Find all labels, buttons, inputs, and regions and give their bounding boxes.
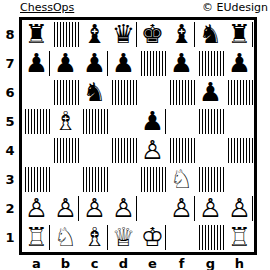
- square-g4[interactable]: [196, 136, 225, 165]
- white-bishop: ♗: [53, 108, 78, 135]
- square-c7[interactable]: ♟: [80, 49, 109, 78]
- white-knight: ♘: [169, 166, 194, 193]
- square-b2[interactable]: ♙: [51, 194, 80, 223]
- square-c6[interactable]: ♞: [80, 78, 109, 107]
- black-bishop: ♝: [82, 21, 107, 48]
- square-h4[interactable]: [225, 136, 254, 165]
- square-b7[interactable]: ♟: [51, 49, 80, 78]
- square-c5[interactable]: [80, 107, 109, 136]
- file-label-c: c: [80, 256, 109, 270]
- square-b3[interactable]: [51, 165, 80, 194]
- black-pawn: ♟: [82, 50, 107, 77]
- rank-label-8: 8: [3, 20, 17, 49]
- square-g7[interactable]: [196, 49, 225, 78]
- white-pawn: ♙: [169, 195, 194, 222]
- rank-label-3: 3: [3, 165, 17, 194]
- file-label-d: d: [109, 256, 138, 270]
- rank-label-7: 7: [3, 49, 17, 78]
- white-knight: ♘: [53, 224, 78, 251]
- square-c3[interactable]: [80, 165, 109, 194]
- black-pawn: ♟: [111, 50, 136, 77]
- square-e5[interactable]: ♟: [138, 107, 167, 136]
- file-label-f: f: [167, 256, 196, 270]
- white-rook: ♖: [24, 224, 49, 251]
- black-pawn: ♟: [140, 108, 165, 135]
- square-a7[interactable]: ♟: [22, 49, 51, 78]
- square-c4[interactable]: [80, 136, 109, 165]
- square-e6[interactable]: [138, 78, 167, 107]
- square-d7[interactable]: ♟: [109, 49, 138, 78]
- black-pawn: ♟: [169, 50, 194, 77]
- square-h5[interactable]: [225, 107, 254, 136]
- square-c1[interactable]: ♗: [80, 223, 109, 252]
- square-a8[interactable]: ♜: [22, 20, 51, 49]
- app-title-link[interactable]: ChessOps: [20, 1, 74, 15]
- square-d4[interactable]: [109, 136, 138, 165]
- file-label-g: g: [196, 256, 225, 270]
- square-b8[interactable]: [51, 20, 80, 49]
- rank-label-5: 5: [3, 107, 17, 136]
- square-h6[interactable]: [225, 78, 254, 107]
- square-a6[interactable]: [22, 78, 51, 107]
- square-d1[interactable]: ♕: [109, 223, 138, 252]
- black-bishop: ♝: [169, 21, 194, 48]
- square-c8[interactable]: ♝: [80, 20, 109, 49]
- rank-label-6: 6: [3, 78, 17, 107]
- white-pawn: ♙: [53, 195, 78, 222]
- square-f2[interactable]: ♙: [167, 194, 196, 223]
- square-a2[interactable]: ♙: [22, 194, 51, 223]
- square-g6[interactable]: ♟: [196, 78, 225, 107]
- file-labels: abcdefgh: [22, 256, 254, 270]
- square-g3[interactable]: [196, 165, 225, 194]
- square-h7[interactable]: ♟: [225, 49, 254, 78]
- square-d6[interactable]: [109, 78, 138, 107]
- square-e4[interactable]: ♙: [138, 136, 167, 165]
- white-rook: ♖: [227, 224, 252, 251]
- file-label-h: h: [225, 256, 254, 270]
- chess-board: ♜♝♛♚♝♞♜♟♟♟♟♟♟♞♟♗♟♙♘♙♙♙♙♙♙♙♖♘♗♕♔♖: [19, 17, 257, 255]
- file-label-a: a: [22, 256, 51, 270]
- black-pawn: ♟: [24, 50, 49, 77]
- square-b6[interactable]: [51, 78, 80, 107]
- file-label-e: e: [138, 256, 167, 270]
- square-a3[interactable]: [22, 165, 51, 194]
- square-b4[interactable]: [51, 136, 80, 165]
- black-knight: ♞: [82, 79, 107, 106]
- square-f8[interactable]: ♝: [167, 20, 196, 49]
- square-h3[interactable]: [225, 165, 254, 194]
- square-h1[interactable]: ♖: [225, 223, 254, 252]
- square-g1[interactable]: [196, 223, 225, 252]
- square-a4[interactable]: [22, 136, 51, 165]
- rank-label-2: 2: [3, 194, 17, 223]
- square-d8[interactable]: ♛: [109, 20, 138, 49]
- square-e8[interactable]: ♚: [138, 20, 167, 49]
- square-h8[interactable]: ♜: [225, 20, 254, 49]
- square-e2[interactable]: [138, 194, 167, 223]
- white-king: ♔: [140, 224, 165, 251]
- square-e7[interactable]: [138, 49, 167, 78]
- square-f7[interactable]: ♟: [167, 49, 196, 78]
- copyright-text: © EUdesign: [202, 1, 268, 15]
- white-pawn: ♙: [82, 195, 107, 222]
- black-rook: ♜: [227, 21, 252, 48]
- white-pawn: ♙: [198, 195, 223, 222]
- square-e3[interactable]: [138, 165, 167, 194]
- square-f1[interactable]: [167, 223, 196, 252]
- black-rook: ♜: [24, 21, 49, 48]
- black-queen: ♛: [111, 21, 136, 48]
- black-pawn: ♟: [198, 79, 223, 106]
- square-g5[interactable]: [196, 107, 225, 136]
- square-c2[interactable]: ♙: [80, 194, 109, 223]
- square-d5[interactable]: [109, 107, 138, 136]
- white-queen: ♕: [111, 224, 136, 251]
- square-b1[interactable]: ♘: [51, 223, 80, 252]
- square-f6[interactable]: [167, 78, 196, 107]
- white-bishop: ♗: [82, 224, 107, 251]
- square-e1[interactable]: ♔: [138, 223, 167, 252]
- black-knight: ♞: [198, 21, 223, 48]
- square-d3[interactable]: [109, 165, 138, 194]
- square-a1[interactable]: ♖: [22, 223, 51, 252]
- square-f4[interactable]: [167, 136, 196, 165]
- square-a5[interactable]: [22, 107, 51, 136]
- square-f5[interactable]: [167, 107, 196, 136]
- white-pawn: ♙: [227, 195, 252, 222]
- file-label-b: b: [51, 256, 80, 270]
- square-d2[interactable]: ♙: [109, 194, 138, 223]
- square-g8[interactable]: ♞: [196, 20, 225, 49]
- black-pawn: ♟: [227, 50, 252, 77]
- square-b5[interactable]: ♗: [51, 107, 80, 136]
- white-pawn: ♙: [140, 137, 165, 164]
- rank-label-1: 1: [3, 223, 17, 252]
- rank-label-4: 4: [3, 136, 17, 165]
- square-h2[interactable]: ♙: [225, 194, 254, 223]
- square-g2[interactable]: ♙: [196, 194, 225, 223]
- white-pawn: ♙: [24, 195, 49, 222]
- rank-labels: 87654321: [3, 20, 17, 252]
- black-pawn: ♟: [53, 50, 78, 77]
- black-king: ♚: [140, 21, 165, 48]
- white-pawn: ♙: [111, 195, 136, 222]
- square-f3[interactable]: ♘: [167, 165, 196, 194]
